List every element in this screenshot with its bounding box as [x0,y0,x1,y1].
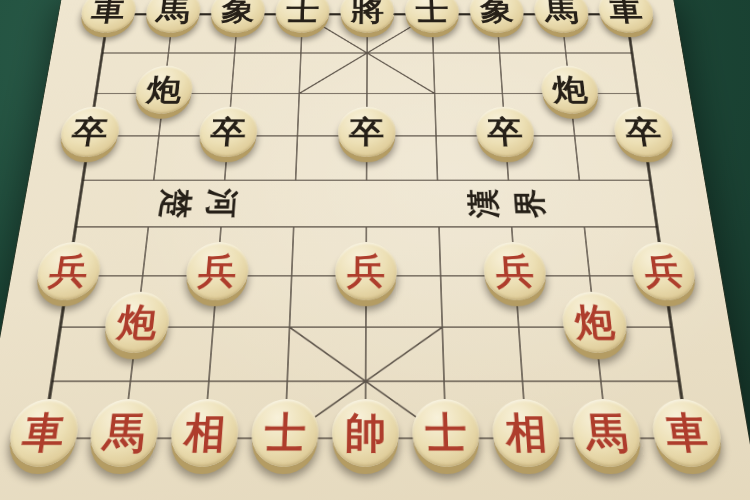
piece-black-horse[interactable]: 馬 [532,0,591,33]
board-point [612,158,690,203]
board-point: 卒 [607,114,683,157]
piece-glyph: 兵 [642,253,685,289]
board-point: 兵 [27,251,109,301]
piece-glyph: 馬 [155,0,191,24]
board-point: 馬 [80,409,167,468]
piece-glyph: 馬 [584,412,630,454]
board-point: 象 [203,0,271,33]
piece-glyph: 士 [285,0,319,24]
board-point [596,33,668,73]
board-point: 帥 [324,409,406,468]
piece-glyph: 炮 [145,75,183,105]
board-point [115,158,191,203]
piece-glyph: 卒 [70,116,110,147]
piece-red-soldier[interactable]: 兵 [184,242,251,300]
board-point: 卒 [332,114,402,157]
board-point: 兵 [177,251,255,301]
piece-glyph: 相 [504,412,548,454]
board-point: 兵 [624,251,706,301]
piece-red-horse[interactable]: 馬 [87,399,162,467]
board-point [200,33,269,73]
piece-glyph: 兵 [347,253,385,289]
piece-red-soldier[interactable]: 兵 [33,242,104,300]
camera-scene: 楚河 漢界 車馬象士將士象馬車炮炮卒卒卒卒卒兵兵兵兵兵炮炮車馬相士帥士相馬車 [0,0,750,500]
board-point [327,301,404,354]
piece-glyph: 帥 [345,412,387,454]
board-point: 車 [592,0,662,33]
piece-red-cannon[interactable]: 炮 [560,292,630,353]
piece-glyph: 卒 [624,116,664,147]
board-point [546,203,624,251]
piece-glyph: 炮 [115,303,158,341]
piece-red-soldier[interactable]: 兵 [629,242,699,300]
piece-black-soldier[interactable]: 卒 [197,107,259,157]
piece-black-elephant[interactable]: 象 [209,0,266,33]
board-point: 炮 [95,301,178,354]
board-point: 卒 [470,114,542,157]
board-point [43,158,121,203]
piece-glyph: 卒 [349,116,385,147]
piece-glyph: 士 [264,412,307,454]
piece-glyph: 卒 [486,116,524,147]
board-point: 卒 [191,114,264,157]
piece-glyph: 炮 [551,75,589,105]
piece-glyph: 兵 [495,253,536,289]
board-point: 兵 [328,251,403,301]
board-point: 士 [399,0,465,33]
piece-glyph: 士 [415,0,449,24]
piece-black-advisor[interactable]: 士 [274,0,330,33]
piece-glyph: 象 [220,0,255,24]
piece-black-soldier[interactable]: 卒 [57,107,122,157]
board-point [538,114,612,157]
board-point [187,158,262,203]
board-point: 士 [243,409,326,468]
piece-black-cannon[interactable]: 炮 [539,66,600,114]
board-point [472,158,546,203]
piece-glyph: 車 [663,412,710,454]
board-point: 相 [161,409,246,468]
board-point: 將 [334,0,399,33]
board-point [250,301,329,354]
board-point [253,251,330,301]
board-point [402,158,474,203]
xiangqi-board: 楚河 漢界 車馬象士將士象馬車炮炮卒卒卒卒卒兵兵兵兵兵炮炮車馬相士帥士相馬車 [0,0,750,500]
board-point: 車 [72,0,143,33]
board-point [401,73,470,114]
board-point [334,33,401,73]
board-point [261,114,332,157]
board-point: 車 [0,409,87,468]
board-point [172,301,253,354]
board-point: 士 [269,0,335,33]
piece-glyph: 卒 [209,116,247,147]
board-point [264,73,333,114]
piece-glyph: 象 [479,0,514,24]
piece-glyph: 馬 [101,412,147,454]
board-point [400,33,468,73]
board-point: 馬 [138,0,207,33]
piece-glyph: 士 [425,412,467,454]
board-point [331,158,403,203]
piece-glyph: 車 [90,0,127,24]
board-point [465,33,534,73]
piece-red-horse[interactable]: 馬 [570,399,644,467]
piece-glyph: 炮 [573,303,616,341]
piece-glyph: 兵 [47,253,91,289]
board-point [18,301,102,354]
board-point: 炮 [127,73,200,114]
piece-glyph: 車 [20,412,67,454]
board-point [403,251,479,301]
piece-red-advisor[interactable]: 士 [250,399,320,467]
board-point: 卒 [51,114,127,157]
board-point [256,203,331,251]
board-point [479,301,559,354]
piece-red-elephant[interactable]: 相 [491,399,563,467]
piece-black-chariot[interactable]: 車 [596,0,656,33]
piece-red-soldier[interactable]: 兵 [482,242,548,300]
board-point [121,114,195,157]
board-point [404,301,482,354]
board-point: 馬 [528,0,597,33]
piece-black-chariot[interactable]: 車 [78,0,139,33]
piece-black-soldier[interactable]: 卒 [611,107,676,157]
piece-glyph: 車 [608,0,645,24]
piece-glyph: 馬 [543,0,579,24]
piece-glyph: 將 [351,0,384,24]
piece-glyph: 兵 [197,253,238,289]
piece-black-soldier[interactable]: 卒 [475,107,536,157]
board-point: 士 [405,409,487,468]
board-point [66,33,138,73]
piece-red-soldier[interactable]: 兵 [335,242,398,300]
piece-black-horse[interactable]: 馬 [144,0,203,33]
board-points-grid: 車馬象士將士象馬車炮炮卒卒卒卒卒兵兵兵兵兵炮炮車馬相士帥士相馬車 [0,0,733,468]
piece-red-general[interactable]: 帥 [331,399,399,467]
piece-black-soldier[interactable]: 卒 [337,107,395,157]
piece-black-cannon[interactable]: 炮 [133,66,195,114]
board-point [402,203,476,251]
board-point: 兵 [477,251,555,301]
board-point [267,33,335,73]
piece-red-cannon[interactable]: 炮 [101,292,172,353]
board-point [109,203,187,251]
board-point: 炮 [555,301,637,354]
piece-glyph: 相 [182,412,226,454]
board-point: 炮 [534,73,606,114]
piece-black-elephant[interactable]: 象 [468,0,525,33]
board-point: 相 [485,409,570,468]
board-point [630,301,714,354]
piece-red-chariot[interactable]: 車 [649,399,726,467]
board-point: 車 [644,409,733,468]
board-point: 馬 [564,409,651,468]
board-point [542,158,618,203]
table-felt: 楚河 漢界 車馬象士將士象馬車炮炮卒卒卒卒卒兵兵兵兵兵炮炮車馬相士帥士相馬車 [0,0,750,500]
piece-black-advisor[interactable]: 士 [405,0,460,33]
piece-black-general[interactable]: 將 [340,0,395,33]
piece-red-chariot[interactable]: 車 [5,399,82,467]
board-point [259,158,332,203]
board-point: 象 [463,0,530,33]
piece-red-advisor[interactable]: 士 [412,399,481,467]
piece-red-elephant[interactable]: 相 [168,399,240,467]
board-point [401,114,472,157]
